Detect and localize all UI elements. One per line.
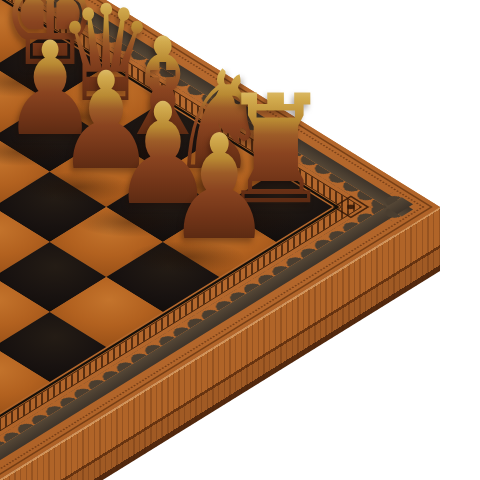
- chess-board: [0, 0, 440, 480]
- chess-set-photo: ♚♛♟♝♟♞♟♜♟: [0, 0, 480, 480]
